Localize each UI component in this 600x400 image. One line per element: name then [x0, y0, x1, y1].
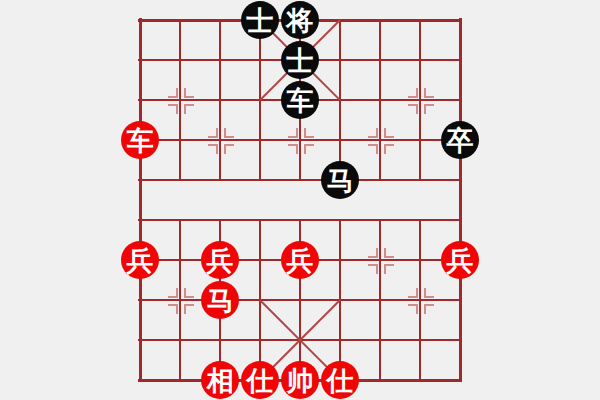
piece-red-soldier[interactable]: 兵: [201, 241, 239, 279]
point-marker-bracket: [208, 128, 218, 138]
piece-glyph: 马: [327, 167, 354, 194]
grid-line-vertical-upper: [379, 19, 381, 181]
point-marker-bracket: [368, 264, 378, 274]
point-marker-bracket: [168, 104, 178, 114]
piece-red-advisor[interactable]: 仕: [241, 361, 279, 399]
point-marker-bracket: [184, 88, 194, 98]
piece-glyph: 车: [287, 87, 314, 114]
grid-line-vertical-lower: [179, 219, 181, 381]
point-marker-bracket: [208, 144, 218, 154]
point-marker-bracket: [408, 288, 418, 298]
piece-glyph: 仕: [247, 367, 274, 394]
piece-glyph: 仕: [327, 367, 354, 394]
piece-glyph: 兵: [287, 247, 314, 274]
point-marker-bracket: [224, 128, 234, 138]
piece-glyph: 卒: [447, 127, 474, 154]
point-marker-bracket: [168, 288, 178, 298]
piece-glyph: 将: [287, 7, 314, 34]
grid-line-vertical-lower: [419, 219, 421, 381]
grid-line-vertical-edge: [139, 18, 142, 382]
piece-red-soldier[interactable]: 兵: [281, 241, 319, 279]
piece-red-soldier[interactable]: 兵: [441, 241, 479, 279]
piece-glyph: 士: [287, 47, 314, 74]
piece-black-horse[interactable]: 马: [321, 161, 359, 199]
piece-glyph: 兵: [447, 247, 474, 274]
point-marker-bracket: [384, 264, 394, 274]
grid-line-vertical-lower: [379, 219, 381, 381]
piece-black-advisor[interactable]: 士: [241, 1, 279, 39]
piece-red-elephant[interactable]: 相: [201, 361, 239, 399]
point-marker-bracket: [168, 304, 178, 314]
point-marker-bracket: [408, 304, 418, 314]
piece-black-general[interactable]: 将: [281, 1, 319, 39]
grid-line-vertical-upper: [179, 19, 181, 181]
point-marker-bracket: [368, 144, 378, 154]
piece-glyph: 兵: [127, 247, 154, 274]
piece-red-chariot[interactable]: 车: [121, 121, 159, 159]
point-marker-bracket: [384, 128, 394, 138]
point-marker-bracket: [304, 144, 314, 154]
point-marker-bracket: [424, 104, 434, 114]
piece-red-horse[interactable]: 马: [201, 281, 239, 319]
point-marker-bracket: [368, 248, 378, 258]
point-marker-bracket: [288, 128, 298, 138]
piece-red-soldier[interactable]: 兵: [121, 241, 159, 279]
point-marker-bracket: [224, 144, 234, 154]
piece-glyph: 相: [207, 367, 234, 394]
point-marker-bracket: [408, 88, 418, 98]
piece-black-advisor[interactable]: 士: [281, 41, 319, 79]
point-marker-bracket: [168, 88, 178, 98]
point-marker-bracket: [184, 304, 194, 314]
piece-glyph: 车: [127, 127, 154, 154]
xiangqi-board: 士将士车卒马车兵兵兵兵马相仕帅仕: [0, 0, 600, 400]
piece-glyph: 士: [247, 7, 274, 34]
point-marker-bracket: [384, 144, 394, 154]
grid-line-vertical-upper: [219, 19, 221, 181]
point-marker-bracket: [288, 144, 298, 154]
point-marker-bracket: [184, 288, 194, 298]
grid-line-vertical-upper: [419, 19, 421, 181]
point-marker-bracket: [384, 248, 394, 258]
piece-black-soldier[interactable]: 卒: [441, 121, 479, 159]
point-marker-bracket: [424, 288, 434, 298]
piece-black-chariot[interactable]: 车: [281, 81, 319, 119]
piece-glyph: 兵: [207, 247, 234, 274]
point-marker-bracket: [408, 104, 418, 114]
point-marker-bracket: [368, 128, 378, 138]
grid-line-vertical-edge: [459, 18, 462, 382]
point-marker-bracket: [424, 304, 434, 314]
piece-red-general[interactable]: 帅: [281, 361, 319, 399]
point-marker-bracket: [304, 128, 314, 138]
piece-red-advisor[interactable]: 仕: [321, 361, 359, 399]
point-marker-bracket: [184, 104, 194, 114]
point-marker-bracket: [424, 88, 434, 98]
piece-glyph: 马: [207, 287, 234, 314]
piece-glyph: 帅: [287, 367, 314, 394]
